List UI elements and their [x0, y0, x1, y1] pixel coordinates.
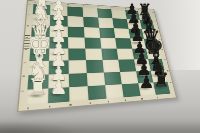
chess-piece-white-pawn-h2[interactable]: ♟ [50, 78, 68, 98]
chess-piece-black-pawn-h7[interactable]: ♟ [139, 74, 154, 91]
chess-piece-black-rook-h8[interactable]: ♜ [153, 72, 170, 91]
chess-piece-white-rook-h1[interactable]: ♜ [28, 76, 48, 99]
pieces-layer: ♜♟♟♜♞♟♟♞♝♟♟♝♛♟♟♛♚♟♟♚♝♟♟♝♞♟♟♞♜♟♟♜ [0, 0, 200, 133]
chessboard-photo: ♜♟♟♜♞♟♟♞♝♟♟♝♛♟♟♛♚♟♟♚♝♟♟♝♞♟♟♞♜♟♟♜ [0, 0, 200, 133]
